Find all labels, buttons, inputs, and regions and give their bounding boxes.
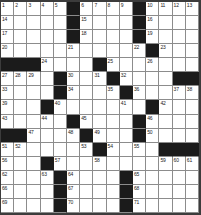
cell-r6c8[interactable]: 31 [93,72,106,86]
clue-number-21: 21 [68,44,73,50]
cell-r4c11[interactable]: 22 [133,44,146,58]
clue-number-44: 44 [42,115,47,121]
clue-number-48: 48 [68,129,73,135]
black-cell-r3c11 [133,30,146,44]
cell-r3c12[interactable]: 19 [146,30,159,44]
clue-number-51: 51 [2,143,7,149]
clue-number-64: 64 [68,171,73,177]
cell-r15c13[interactable] [159,199,172,213]
cell-r7c8[interactable] [93,86,106,100]
clue-number-57: 57 [55,157,60,163]
cell-r14c2[interactable] [14,185,27,199]
cell-r5c7[interactable] [80,58,93,72]
cell-r2c1[interactable]: 14 [1,16,14,30]
clue-number-36: 36 [134,86,139,92]
cell-r9c14[interactable] [173,115,186,129]
clue-number-50: 50 [147,129,152,135]
clue-number-1: 1 [2,2,5,8]
cell-r15c4[interactable] [41,199,54,213]
clue-number-5: 5 [55,2,58,8]
cell-r7c2[interactable] [14,86,27,100]
clue-number-46: 46 [147,115,152,121]
clue-number-70: 70 [68,199,73,205]
black-cell-r9c6 [67,115,80,129]
cell-r8c1[interactable]: 39 [1,100,14,114]
cell-r8c3[interactable] [27,100,40,114]
cell-r4c10[interactable] [120,44,133,58]
cell-r6c1[interactable]: 27 [1,72,14,86]
clue-number-33: 33 [2,86,7,92]
cell-r1c3[interactable]: 3 [27,2,40,16]
crossword-puzzle: 1234567891011121314151617181920212223242… [0,0,201,215]
cell-r6c12[interactable] [146,72,159,86]
cell-r7c12[interactable] [146,86,159,100]
clue-number-24: 24 [42,58,47,64]
cell-r10c3[interactable]: 47 [27,129,40,143]
cell-r9c15[interactable] [186,115,199,129]
cell-r14c4[interactable] [41,185,54,199]
cell-r4c2[interactable] [14,44,27,58]
cell-r13c8[interactable] [93,171,106,185]
cell-r13c12[interactable] [146,171,159,185]
clue-number-42: 42 [160,100,165,106]
cell-r3c5[interactable] [54,30,67,44]
clue-number-29: 29 [28,72,33,78]
black-cell-r10c2 [14,129,27,143]
clue-number-19: 19 [147,30,152,36]
clue-number-22: 22 [134,44,139,50]
cell-r12c12[interactable] [146,157,159,171]
clue-number-52: 52 [15,143,20,149]
cell-r7c6[interactable]: 34 [67,86,80,100]
cell-r4c1[interactable]: 20 [1,44,14,58]
cell-r14c14[interactable] [173,185,186,199]
cell-r4c8[interactable] [93,44,106,58]
cell-r3c14[interactable] [173,30,186,44]
cell-r5c9[interactable]: 25 [107,58,120,72]
cell-r8c2[interactable] [14,100,27,114]
cell-r9c13[interactable] [159,115,172,129]
black-cell-r7c5 [54,86,67,100]
cell-r4c4[interactable] [41,44,54,58]
cell-r15c15[interactable] [186,199,199,213]
cell-r9c2[interactable] [14,115,27,129]
cell-r10c15[interactable] [186,129,199,143]
cell-r6c4[interactable] [41,72,54,86]
cell-r1c10[interactable]: 9 [120,2,133,16]
cell-r12c15[interactable]: 61 [186,157,199,171]
clue-number-38: 38 [187,86,192,92]
clue-number-32: 32 [121,72,126,78]
cell-r10c12[interactable]: 50 [146,129,159,143]
cell-r7c11[interactable]: 36 [133,86,146,100]
clue-number-7: 7 [94,2,97,8]
cell-r2c14[interactable] [173,16,186,30]
black-cell-r1c11 [133,2,146,16]
cell-r4c15[interactable] [186,44,199,58]
clue-number-55: 55 [134,143,139,149]
clue-number-30: 30 [68,72,73,78]
black-cell-r2c11 [133,16,146,30]
clue-number-16: 16 [147,16,152,22]
clue-number-27: 27 [2,72,7,78]
cell-r2c10[interactable] [120,16,133,30]
black-cell-r10c11 [133,129,146,143]
cell-r14c3[interactable] [27,185,40,199]
black-cell-r12c4 [41,157,54,171]
cell-r1c7[interactable]: 6 [80,2,93,16]
cell-r5c10[interactable] [120,58,133,72]
black-cell-r5c8 [93,58,106,72]
cell-r4c6[interactable]: 21 [67,44,80,58]
clue-number-10: 10 [147,2,152,8]
cell-r11c3[interactable] [27,143,40,157]
clue-number-61: 61 [187,157,192,163]
black-cell-r6c14 [173,72,186,86]
black-cell-r6c5 [54,72,67,86]
cell-r8c15[interactable] [186,100,199,114]
cell-r14c8[interactable] [93,185,106,199]
cell-r2c4[interactable] [41,16,54,30]
cell-r11c12[interactable] [146,143,159,157]
black-cell-r15c10 [120,199,133,213]
clue-number-26: 26 [147,58,152,64]
black-cell-r11c8 [93,143,106,157]
cell-r15c11[interactable]: 71 [133,199,146,213]
black-cell-r13c10 [120,171,133,185]
cell-r15c2[interactable] [14,199,27,213]
clue-number-13: 13 [187,2,192,8]
clue-number-35: 35 [108,86,113,92]
cell-r2c5[interactable] [54,16,67,30]
cell-r6c11[interactable] [133,72,146,86]
cell-r4c9[interactable] [107,44,120,58]
cell-r13c7[interactable] [80,171,93,185]
cell-r12c10[interactable] [120,157,133,171]
clue-number-3: 3 [28,2,31,8]
cell-r13c9[interactable] [107,171,120,185]
cell-r12c5[interactable]: 57 [54,157,67,171]
cell-r12c6[interactable] [67,157,80,171]
black-cell-r15c5 [54,199,67,213]
cell-r7c7[interactable] [80,86,93,100]
cell-r2c2[interactable] [14,16,27,30]
cell-r14c1[interactable]: 66 [1,185,14,199]
cell-r11c11[interactable]: 55 [133,143,146,157]
black-cell-r7c10 [120,86,133,100]
black-cell-r9c11 [133,115,146,129]
black-cell-r11c14 [173,143,186,157]
cell-r8c9[interactable] [107,100,120,114]
clue-number-23: 23 [160,44,165,50]
clue-number-41: 41 [121,100,126,106]
clue-number-67: 67 [68,185,73,191]
cell-r11c9[interactable]: 54 [107,143,120,157]
cell-r11c2[interactable]: 52 [14,143,27,157]
cell-r9c1[interactable]: 43 [1,115,14,129]
clue-number-59: 59 [160,157,165,163]
cell-r2c15[interactable] [186,16,199,30]
cell-r13c2[interactable] [14,171,27,185]
cell-r10c9[interactable] [107,129,120,143]
cell-r13c13[interactable] [159,171,172,185]
black-cell-r6c9 [107,72,120,86]
cell-r5c4[interactable]: 24 [41,58,54,72]
cell-r14c11[interactable]: 68 [133,185,146,199]
cell-r2c8[interactable] [93,16,106,30]
cell-r4c13[interactable]: 23 [159,44,172,58]
cell-r15c8[interactable] [93,199,106,213]
cell-r1c8[interactable]: 7 [93,2,106,16]
cell-r8c13[interactable]: 42 [159,100,172,114]
cell-r12c2[interactable] [14,157,27,171]
cell-r2c3[interactable] [27,16,40,30]
cell-r4c5[interactable] [54,44,67,58]
clue-number-14: 14 [2,16,7,22]
cell-r5c12[interactable]: 26 [146,58,159,72]
cell-r2c13[interactable] [159,16,172,30]
clue-number-49: 49 [94,129,99,135]
cell-r14c12[interactable] [146,185,159,199]
cell-r12c11[interactable] [133,157,146,171]
black-cell-r4c12 [146,44,159,58]
cell-r8c14[interactable] [173,100,186,114]
cell-r3c13[interactable] [159,30,172,44]
cell-r5c11[interactable] [133,58,146,72]
black-cell-r11c15 [186,143,199,157]
cell-r15c14[interactable] [173,199,186,213]
clue-number-4: 4 [42,2,45,8]
cell-r3c15[interactable] [186,30,199,44]
cell-r14c15[interactable] [186,185,199,199]
clue-number-47: 47 [28,129,33,135]
cell-r5c6[interactable] [67,58,80,72]
cell-r14c6[interactable]: 67 [67,185,80,199]
cell-r6c6[interactable]: 30 [67,72,80,86]
cell-r9c7[interactable]: 45 [80,115,93,129]
cell-r1c9[interactable]: 8 [107,2,120,16]
black-cell-r10c1 [1,129,14,143]
cell-r3c8[interactable] [93,30,106,44]
cell-r2c9[interactable] [107,16,120,30]
black-cell-r13c5 [54,171,67,185]
cell-r13c11[interactable]: 65 [133,171,146,185]
clue-number-56: 56 [2,157,7,163]
cell-r8c10[interactable]: 41 [120,100,133,114]
cell-r3c2[interactable] [14,30,27,44]
black-cell-r2c6 [67,16,80,30]
cell-r11c5[interactable] [54,143,67,157]
cell-r3c9[interactable] [107,30,120,44]
cell-r9c3[interactable] [27,115,40,129]
clue-number-40: 40 [55,100,60,106]
crossword-grid: 1234567891011121314151617181920212223242… [0,0,201,215]
black-cell-r5c2 [14,58,27,72]
cell-r11c4[interactable] [41,143,54,157]
cell-r1c13[interactable]: 11 [159,2,172,16]
cell-r3c1[interactable]: 17 [1,30,14,44]
cell-r4c14[interactable] [173,44,186,58]
clue-number-53: 53 [81,143,86,149]
cell-r1c5[interactable]: 5 [54,2,67,16]
cell-r13c6[interactable]: 64 [67,171,80,185]
cell-r3c4[interactable] [41,30,54,44]
cell-r5c15[interactable] [186,58,199,72]
cell-r12c3[interactable] [27,157,40,171]
clue-number-18: 18 [81,30,86,36]
black-cell-r5c1 [1,58,14,72]
clue-number-58: 58 [94,157,99,163]
cell-r12c7[interactable] [80,157,93,171]
cell-r13c15[interactable] [186,171,199,185]
clue-number-6: 6 [81,2,84,8]
clue-number-43: 43 [2,115,7,121]
cell-r1c4[interactable]: 4 [41,2,54,16]
clue-number-15: 15 [81,16,86,22]
cell-r6c3[interactable]: 29 [27,72,40,86]
cell-r10c8[interactable]: 49 [93,129,106,143]
cell-r6c7[interactable] [80,72,93,86]
cell-r7c13[interactable] [159,86,172,100]
clue-number-69: 69 [2,199,7,205]
cell-r13c3[interactable] [27,171,40,185]
cell-r9c4[interactable]: 44 [41,115,54,129]
black-cell-r10c7 [80,129,93,143]
cell-r8c5[interactable]: 40 [54,100,67,114]
cell-r6c13[interactable] [159,72,172,86]
black-cell-r5c3 [27,58,40,72]
cell-r3c10[interactable] [120,30,133,44]
cell-r15c3[interactable] [27,199,40,213]
black-cell-r11c13 [159,143,172,157]
cell-r6c10[interactable]: 32 [120,72,133,86]
cell-r15c12[interactable] [146,199,159,213]
cell-r3c3[interactable] [27,30,40,44]
cell-r15c9[interactable] [107,199,120,213]
clue-number-2: 2 [15,2,18,8]
cell-r13c14[interactable] [173,171,186,185]
cell-r8c11[interactable] [133,100,146,114]
clue-number-60: 60 [174,157,179,163]
cell-r10c14[interactable] [173,129,186,143]
cell-r12c1[interactable]: 56 [1,157,14,171]
clue-number-31: 31 [94,72,99,78]
cell-r8c7[interactable] [80,100,93,114]
cell-r1c1[interactable]: 1 [1,2,14,16]
cell-r1c15[interactable]: 13 [186,2,199,16]
cell-r11c1[interactable]: 51 [1,143,14,157]
cell-r14c9[interactable] [107,185,120,199]
clue-number-66: 66 [2,185,7,191]
cell-r12c8[interactable]: 58 [93,157,106,171]
cell-r1c12[interactable]: 10 [146,2,159,16]
cell-r11c6[interactable] [67,143,80,157]
cell-r8c6[interactable] [67,100,80,114]
clue-number-45: 45 [81,115,86,121]
cell-r1c14[interactable]: 12 [173,2,186,16]
black-cell-r1c6 [67,2,80,16]
cell-r12c14[interactable]: 60 [173,157,186,171]
cell-r7c4[interactable] [41,86,54,100]
clue-number-28: 28 [15,72,20,78]
cell-r12c9[interactable] [107,157,120,171]
cell-r5c14[interactable] [173,58,186,72]
cell-r10c5[interactable] [54,129,67,143]
cell-r9c10[interactable] [120,115,133,129]
clue-number-54: 54 [108,143,113,149]
cell-r9c5[interactable] [54,115,67,129]
cell-r11c10[interactable] [120,143,133,157]
cell-r3c7[interactable]: 18 [80,30,93,44]
cell-r10c4[interactable] [41,129,54,143]
cell-r10c13[interactable] [159,129,172,143]
cell-r7c1[interactable]: 33 [1,86,14,100]
cell-r8c8[interactable] [93,100,106,114]
clue-number-20: 20 [2,44,7,50]
clue-number-71: 71 [134,199,139,205]
cell-r9c9[interactable] [107,115,120,129]
cell-r13c4[interactable]: 63 [41,171,54,185]
cell-r5c13[interactable] [159,58,172,72]
cell-r5c5[interactable] [54,58,67,72]
clue-number-34: 34 [68,86,73,92]
black-cell-r6c15 [186,72,199,86]
cell-r2c12[interactable]: 16 [146,16,159,30]
cell-r10c10[interactable] [120,129,133,143]
black-cell-r8c12 [146,100,159,114]
cell-r7c14[interactable]: 37 [173,86,186,100]
clue-number-68: 68 [134,185,139,191]
clue-number-11: 11 [160,2,165,8]
clue-number-65: 65 [134,171,139,177]
clue-number-12: 12 [174,2,179,8]
black-cell-r14c5 [54,185,67,199]
clue-number-17: 17 [2,30,7,36]
cell-r6c2[interactable]: 28 [14,72,27,86]
cell-r9c8[interactable] [93,115,106,129]
black-cell-r14c10 [120,185,133,199]
cell-r7c3[interactable] [27,86,40,100]
cell-r10c6[interactable]: 48 [67,129,80,143]
cell-r1c2[interactable]: 2 [14,2,27,16]
cell-r2c7[interactable]: 15 [80,16,93,30]
black-cell-r3c6 [67,30,80,44]
clue-number-25: 25 [108,58,113,64]
cell-r11c7[interactable]: 53 [80,143,93,157]
black-cell-r8c4 [41,100,54,114]
cell-r14c7[interactable] [80,185,93,199]
clue-number-62: 62 [2,171,7,177]
cell-r15c1[interactable]: 69 [1,199,14,213]
cell-r9c12[interactable]: 46 [146,115,159,129]
clue-number-39: 39 [2,100,7,106]
cell-r7c9[interactable]: 35 [107,86,120,100]
clue-number-8: 8 [108,2,111,8]
cell-r4c7[interactable] [80,44,93,58]
cell-r4c3[interactable] [27,44,40,58]
clue-number-63: 63 [42,171,47,177]
clue-number-37: 37 [174,86,179,92]
cell-r15c7[interactable] [80,199,93,213]
cell-r12c13[interactable]: 59 [159,157,172,171]
cell-r7c15[interactable]: 38 [186,86,199,100]
cell-r15c6[interactable]: 70 [67,199,80,213]
cell-r13c1[interactable]: 62 [1,171,14,185]
cell-r14c13[interactable] [159,185,172,199]
clue-number-9: 9 [121,2,124,8]
